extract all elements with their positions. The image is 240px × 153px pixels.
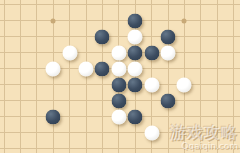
star-point <box>51 18 56 23</box>
gomoku-board[interactable]: 游戏攻略 Qqaiqin.com <box>0 0 240 153</box>
grid-line-horizontal <box>0 36 240 37</box>
black-stone <box>46 109 61 124</box>
black-stone <box>111 77 126 92</box>
star-point <box>182 18 187 23</box>
watermark: 游戏攻略 Qqaiqin.com <box>170 125 238 151</box>
grid-line-horizontal <box>0 132 240 133</box>
white-stone <box>111 61 126 76</box>
grid-line-vertical <box>36 0 37 153</box>
white-stone <box>128 29 143 44</box>
grid-line-vertical <box>168 0 169 153</box>
grid-line-vertical <box>217 0 218 153</box>
black-stone <box>111 93 126 108</box>
black-stone <box>95 61 110 76</box>
white-stone <box>46 61 61 76</box>
grid-line-horizontal <box>0 4 240 5</box>
grid-line-vertical <box>86 0 87 153</box>
black-stone <box>128 109 143 124</box>
black-stone <box>161 29 176 44</box>
black-stone <box>161 93 176 108</box>
grid-line-vertical <box>102 0 103 153</box>
grid-line-horizontal <box>0 148 240 149</box>
white-stone <box>144 77 159 92</box>
grid-line-vertical <box>69 0 70 153</box>
black-stone <box>144 45 159 60</box>
black-stone <box>128 45 143 60</box>
white-stone <box>111 109 126 124</box>
white-stone <box>111 45 126 60</box>
grid-line-vertical <box>200 0 201 153</box>
grid-line-vertical <box>4 0 5 153</box>
black-stone <box>95 29 110 44</box>
white-stone <box>128 61 143 76</box>
grid-line-horizontal <box>0 20 240 21</box>
black-stone <box>128 13 143 28</box>
black-stone <box>128 77 143 92</box>
grid-line-vertical <box>233 0 234 153</box>
white-stone <box>79 61 94 76</box>
grid-line-vertical <box>20 0 21 153</box>
white-stone <box>144 125 159 140</box>
white-stone <box>177 77 192 92</box>
watermark-url: Qqaiqin.com <box>170 142 238 151</box>
white-stone <box>62 45 77 60</box>
white-stone <box>161 45 176 60</box>
